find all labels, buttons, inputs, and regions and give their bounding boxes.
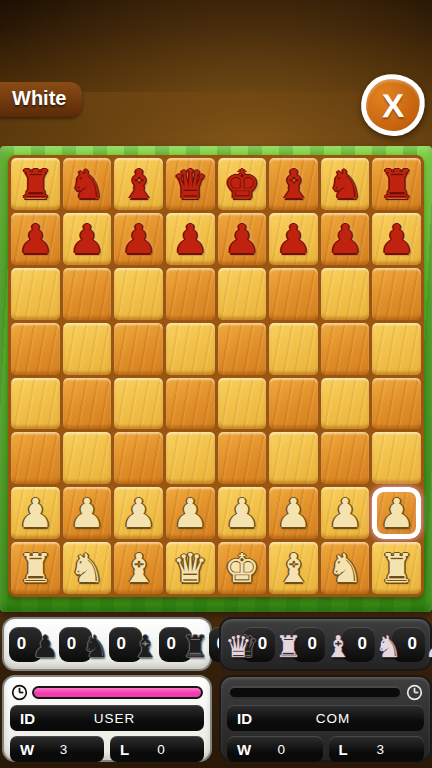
user-captured-tray: 0♟0♞0♝0♜0♛ <box>2 617 212 671</box>
square-h2[interactable]: ♟ <box>372 487 421 539</box>
captured-counter-rook: ♜0 <box>275 626 325 662</box>
user-info-card: ID USER W 3 L 0 <box>2 675 212 762</box>
user-timer <box>11 683 203 701</box>
bishop-icon: ♝ <box>325 632 352 662</box>
user-wins-count: 3 <box>34 742 94 757</box>
id-label: ID <box>20 710 35 727</box>
square-a6[interactable] <box>11 268 60 320</box>
red-knight: ♞ <box>69 164 105 204</box>
square-d3[interactable] <box>166 432 215 484</box>
red-knight: ♞ <box>327 164 363 204</box>
com-captured-tray: ♛0♜0♝0♞0♟0 <box>219 617 432 671</box>
square-d4[interactable] <box>166 378 215 430</box>
square-f7[interactable]: ♟ <box>269 213 318 265</box>
square-d1[interactable]: ♛ <box>166 542 215 594</box>
red-bishop: ♝ <box>121 164 157 204</box>
square-f3[interactable] <box>269 432 318 484</box>
red-rook: ♜ <box>379 164 415 204</box>
red-bishop: ♝ <box>276 164 312 204</box>
turn-indicator: White <box>0 82 82 117</box>
square-g4[interactable] <box>321 378 370 430</box>
square-f2[interactable]: ♟ <box>269 487 318 539</box>
square-e8[interactable]: ♚ <box>218 158 267 210</box>
square-f1[interactable]: ♝ <box>269 542 318 594</box>
square-e4[interactable] <box>218 378 267 430</box>
red-pawn: ♟ <box>276 219 312 259</box>
com-timer <box>228 683 423 701</box>
red-pawn: ♟ <box>17 219 53 259</box>
square-b5[interactable] <box>63 323 112 375</box>
pawn-icon: ♟ <box>32 632 59 662</box>
white-queen: ♛ <box>172 548 208 588</box>
red-queen: ♛ <box>172 164 208 204</box>
queen-icon: ♛ <box>225 632 252 662</box>
red-pawn: ♟ <box>172 219 208 259</box>
red-king: ♚ <box>224 164 260 204</box>
square-f4[interactable] <box>269 378 318 430</box>
captured-counter-pawn: ♟0 <box>425 626 432 662</box>
white-knight: ♞ <box>327 548 363 588</box>
captured-counter-bishop: 0♝ <box>109 626 159 662</box>
square-g6[interactable] <box>321 268 370 320</box>
rook-icon: ♜ <box>275 632 302 662</box>
square-e6[interactable] <box>218 268 267 320</box>
com-losses-pill: L 3 <box>329 736 425 762</box>
square-a1[interactable]: ♜ <box>11 542 60 594</box>
user-losses-pill: L 0 <box>110 736 204 762</box>
com-wins-count: 0 <box>251 742 312 757</box>
square-b3[interactable] <box>63 432 112 484</box>
red-pawn: ♟ <box>69 219 105 259</box>
red-pawn: ♟ <box>379 219 415 259</box>
square-b4[interactable] <box>63 378 112 430</box>
com-name: COM <box>252 711 414 726</box>
square-g8[interactable]: ♞ <box>321 158 370 210</box>
square-a8[interactable]: ♜ <box>11 158 60 210</box>
square-f5[interactable] <box>269 323 318 375</box>
com-info-card: ID COM W 0 L 3 <box>219 675 432 762</box>
captured-counter-knight: 0♞ <box>59 626 109 662</box>
board-frame: ♜♞♝♛♚♝♞♜♟♟♟♟♟♟♟♟♟♟♟♟♟♟♟♟♜♞♝♛♚♝♞♜ <box>0 146 432 612</box>
square-a5[interactable] <box>11 323 60 375</box>
white-king: ♚ <box>224 548 260 588</box>
square-c8[interactable]: ♝ <box>114 158 163 210</box>
white-rook: ♜ <box>17 548 53 588</box>
square-e7[interactable]: ♟ <box>218 213 267 265</box>
close-icon: X <box>382 88 405 121</box>
white-bishop: ♝ <box>121 548 157 588</box>
white-pawn: ♟ <box>224 493 260 533</box>
captured-counter-rook: 0♜ <box>159 626 209 662</box>
white-pawn: ♟ <box>121 493 157 533</box>
user-wins-pill: W 3 <box>10 736 104 762</box>
white-knight: ♞ <box>69 548 105 588</box>
com-winloss-row: W 0 L 3 <box>227 736 424 762</box>
square-h8[interactable]: ♜ <box>372 158 421 210</box>
clock-icon <box>406 684 423 701</box>
square-b1[interactable]: ♞ <box>63 542 112 594</box>
id-label: ID <box>237 710 252 727</box>
square-h5[interactable] <box>372 323 421 375</box>
square-d6[interactable] <box>166 268 215 320</box>
captured-counter-queen: ♛0 <box>225 626 275 662</box>
wins-label: W <box>20 741 34 758</box>
square-a4[interactable] <box>11 378 60 430</box>
rook-icon: ♜ <box>182 632 209 662</box>
square-c5[interactable] <box>114 323 163 375</box>
square-a2[interactable]: ♟ <box>11 487 60 539</box>
white-pawn: ♟ <box>379 493 415 533</box>
user-timer-track <box>32 686 203 699</box>
square-h7[interactable]: ♟ <box>372 213 421 265</box>
square-e3[interactable] <box>218 432 267 484</box>
square-d2[interactable]: ♟ <box>166 487 215 539</box>
knight-icon: ♞ <box>375 632 402 662</box>
wins-label: W <box>237 741 251 758</box>
square-e2[interactable]: ♟ <box>218 487 267 539</box>
square-h4[interactable] <box>372 378 421 430</box>
square-g3[interactable] <box>321 432 370 484</box>
square-b2[interactable]: ♟ <box>63 487 112 539</box>
bishop-icon: ♝ <box>132 632 159 662</box>
square-b6[interactable] <box>63 268 112 320</box>
square-c7[interactable]: ♟ <box>114 213 163 265</box>
user-id-pill: ID USER <box>10 705 204 731</box>
white-pawn: ♟ <box>327 493 363 533</box>
square-g2[interactable]: ♟ <box>321 487 370 539</box>
square-d8[interactable]: ♛ <box>166 158 215 210</box>
white-pawn: ♟ <box>17 493 53 533</box>
square-e1[interactable]: ♚ <box>218 542 267 594</box>
user-name: USER <box>35 711 194 726</box>
square-b8[interactable]: ♞ <box>63 158 112 210</box>
user-winloss-row: W 3 L 0 <box>10 736 204 762</box>
com-timer-fill <box>230 688 400 697</box>
square-h6[interactable] <box>372 268 421 320</box>
com-wins-pill: W 0 <box>227 736 323 762</box>
square-d7[interactable]: ♟ <box>166 213 215 265</box>
com-id-pill: ID COM <box>227 705 424 731</box>
captured-counter-pawn: 0♟ <box>9 626 59 662</box>
square-c4[interactable] <box>114 378 163 430</box>
square-a7[interactable]: ♟ <box>11 213 60 265</box>
knight-icon: ♞ <box>82 632 109 662</box>
com-timer-track <box>228 686 402 699</box>
white-rook: ♜ <box>379 548 415 588</box>
square-f8[interactable]: ♝ <box>269 158 318 210</box>
user-losses-count: 0 <box>129 742 194 757</box>
losses-label: L <box>339 741 348 758</box>
red-rook: ♜ <box>17 164 53 204</box>
square-h1[interactable]: ♜ <box>372 542 421 594</box>
clock-icon <box>11 684 28 701</box>
square-g7[interactable]: ♟ <box>321 213 370 265</box>
square-c6[interactable] <box>114 268 163 320</box>
user-timer-fill <box>34 688 201 697</box>
losses-label: L <box>120 741 129 758</box>
chess-app-screen: White X ♜♞♝♛♚♝♞♜♟♟♟♟♟♟♟♟♟♟♟♟♟♟♟♟♜♞♝♛♚♝♞♜… <box>0 0 432 768</box>
square-f6[interactable] <box>269 268 318 320</box>
captured-counter-knight: ♞0 <box>375 626 425 662</box>
square-e5[interactable] <box>218 323 267 375</box>
white-pawn: ♟ <box>69 493 105 533</box>
square-d5[interactable] <box>166 323 215 375</box>
square-h3[interactable] <box>372 432 421 484</box>
red-pawn: ♟ <box>224 219 260 259</box>
white-bishop: ♝ <box>276 548 312 588</box>
square-a3[interactable] <box>11 432 60 484</box>
square-g1[interactable]: ♞ <box>321 542 370 594</box>
square-b7[interactable]: ♟ <box>63 213 112 265</box>
red-pawn: ♟ <box>327 219 363 259</box>
square-c1[interactable]: ♝ <box>114 542 163 594</box>
white-pawn: ♟ <box>276 493 312 533</box>
white-pawn: ♟ <box>172 493 208 533</box>
captured-counter-bishop: ♝0 <box>325 626 375 662</box>
square-g5[interactable] <box>321 323 370 375</box>
pawn-icon: ♟ <box>425 632 432 662</box>
com-losses-count: 3 <box>348 742 414 757</box>
square-c3[interactable] <box>114 432 163 484</box>
chess-board: ♜♞♝♛♚♝♞♜♟♟♟♟♟♟♟♟♟♟♟♟♟♟♟♟♜♞♝♛♚♝♞♜ <box>8 155 424 597</box>
red-pawn: ♟ <box>121 219 157 259</box>
square-c2[interactable]: ♟ <box>114 487 163 539</box>
